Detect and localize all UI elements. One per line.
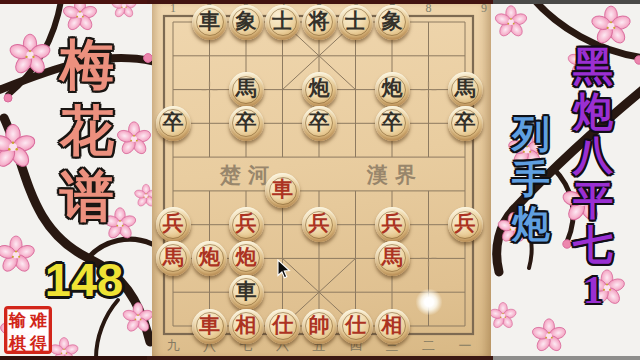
piece-black-車[interactable]: 車 [229,275,264,310]
xiangqi-board[interactable]: 楚河 漢界 123456789九八七六五四三二一 車象士将士象馬炮炮馬卒卒卒卒卒… [152,0,491,360]
series-title-char: 花 [60,98,114,164]
move-annotation-char: 八 [573,134,613,179]
piece-character: 相 [382,315,403,336]
bottom-border-strip [0,356,640,360]
piece-red-仕[interactable]: 仕 [338,309,373,344]
piece-character: 馬 [382,247,403,268]
piece-character: 卒 [455,112,476,133]
piece-black-士[interactable]: 士 [338,5,373,40]
piece-character: 卒 [236,112,257,133]
piece-character: 士 [272,11,293,32]
piece-black-卒[interactable]: 卒 [156,106,191,141]
piece-red-車[interactable]: 車 [265,173,300,208]
piece-red-炮[interactable]: 炮 [229,241,264,276]
piece-character: 車 [199,11,220,32]
series-title: 梅花谱 [56,32,118,230]
seal-char: 难 [28,309,49,332]
opening-name-char: 手 [512,157,550,202]
piece-black-車[interactable]: 車 [192,5,227,40]
piece-red-帥[interactable]: 帥 [302,309,337,344]
seal-char: 棋 [7,332,28,355]
piece-character: 帥 [309,315,330,336]
piece-character: 兵 [236,213,257,234]
move-highlight-dot [415,288,443,316]
piece-black-卒[interactable]: 卒 [375,106,410,141]
top-border-strip [0,0,640,4]
opening-name-char: 列 [512,112,550,157]
move-annotation-char: 1 [583,268,603,313]
piece-red-兵[interactable]: 兵 [156,207,191,242]
piece-character: 炮 [236,247,257,268]
piece-character: 象 [236,11,257,32]
piece-red-兵[interactable]: 兵 [302,207,337,242]
piece-black-象[interactable]: 象 [375,5,410,40]
seal-char: 输 [7,309,28,332]
piece-red-兵[interactable]: 兵 [375,207,410,242]
piece-character: 卒 [309,112,330,133]
piece-character: 卒 [163,112,184,133]
piece-red-車[interactable]: 車 [192,309,227,344]
piece-character: 仕 [345,315,366,336]
piece-character: 兵 [163,213,184,234]
piece-character: 車 [272,179,293,200]
opening-name-char: 炮 [512,202,550,247]
opening-name: 列手炮 [510,112,552,247]
piece-character: 炮 [309,78,330,99]
piece-character: 炮 [382,78,403,99]
redeal-seal: 输难棋得 [4,306,52,354]
piece-character: 兵 [455,213,476,234]
piece-character: 仕 [272,315,293,336]
piece-black-卒[interactable]: 卒 [302,106,337,141]
piece-character: 馬 [163,247,184,268]
piece-black-象[interactable]: 象 [229,5,264,40]
piece-character: 車 [236,281,257,302]
piece-black-将[interactable]: 将 [302,5,337,40]
piece-character: 卒 [382,112,403,133]
piece-character: 炮 [199,247,220,268]
move-annotation-char: 七 [573,223,613,268]
piece-black-卒[interactable]: 卒 [229,106,264,141]
piece-red-仕[interactable]: 仕 [265,309,300,344]
piece-character: 馬 [455,78,476,99]
mouse-cursor [277,259,293,281]
move-annotation-char: 黑 [573,45,613,90]
piece-black-士[interactable]: 士 [265,5,300,40]
piece-black-炮[interactable]: 炮 [375,72,410,107]
move-annotation: 黑炮八平七1 [570,45,616,312]
piece-character: 馬 [236,78,257,99]
piece-black-炮[interactable]: 炮 [302,72,337,107]
piece-character: 兵 [382,213,403,234]
episode-number: 148 [34,252,134,307]
piece-character: 象 [382,11,403,32]
right-decorative-panel: 黑炮八平七1 列手炮 [491,0,640,360]
piece-red-相[interactable]: 相 [229,309,264,344]
piece-character: 将 [309,11,330,32]
move-annotation-char: 平 [573,179,613,224]
left-decorative-panel: 梅花谱 148 输难棋得 [0,0,152,360]
piece-black-馬[interactable]: 馬 [229,72,264,107]
seal-char: 得 [28,332,49,355]
piece-red-炮[interactable]: 炮 [192,241,227,276]
piece-character: 兵 [309,213,330,234]
piece-red-相[interactable]: 相 [375,309,410,344]
series-title-char: 谱 [60,164,114,230]
piece-character: 相 [236,315,257,336]
piece-black-馬[interactable]: 馬 [448,72,483,107]
piece-character: 士 [345,11,366,32]
piece-red-兵[interactable]: 兵 [448,207,483,242]
app-window: 梅花谱 148 输难棋得 楚河 漢界 123456789九八七六五四三二一 車象… [0,0,640,360]
piece-character: 車 [199,315,220,336]
series-title-char: 梅 [60,32,114,98]
piece-red-兵[interactable]: 兵 [229,207,264,242]
piece-red-馬[interactable]: 馬 [156,241,191,276]
piece-red-馬[interactable]: 馬 [375,241,410,276]
piece-black-卒[interactable]: 卒 [448,106,483,141]
move-annotation-char: 炮 [573,90,613,135]
